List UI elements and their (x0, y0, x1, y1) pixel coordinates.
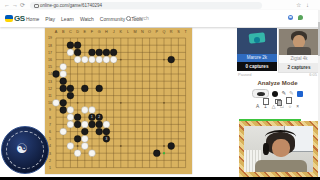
nav-link-home[interactable]: Home (26, 16, 39, 22)
white-stone (74, 56, 81, 63)
black-capture-count: 0 captures (237, 62, 277, 71)
reload-button[interactable]: ⟳ (20, 0, 25, 10)
white-player-name[interactable]: Zigtal 4k (279, 55, 319, 63)
move-number-label: 2 (98, 115, 100, 119)
ogs-logo[interactable]: GS (14, 14, 25, 23)
svg-text:1: 1 (49, 166, 51, 170)
svg-text:B: B (62, 30, 65, 34)
svg-text:C: C (69, 30, 72, 34)
svg-text:D: D (76, 30, 79, 34)
white-stone (81, 107, 88, 114)
white-stone (74, 150, 81, 157)
marker-square-button[interactable]: □ (280, 104, 283, 109)
streamer-shirt (255, 160, 307, 172)
svg-text:8: 8 (49, 116, 51, 120)
copy-branch-button[interactable] (275, 99, 280, 104)
black-player-clock: Paused (238, 72, 252, 77)
headphones-earcup (263, 143, 269, 154)
black-stone (53, 71, 60, 78)
svg-text:F: F (91, 30, 94, 34)
black-stone (89, 49, 96, 56)
stream-club-badge: ☯ (1, 126, 49, 174)
svg-text:15: 15 (48, 65, 52, 69)
svg-text:14: 14 (48, 72, 52, 76)
bookmark-star-icon[interactable]: ☆ (296, 0, 301, 10)
move-number-label: 3 (106, 137, 108, 141)
black-stone (81, 128, 88, 135)
yin-yang-icon: ☯ (16, 140, 28, 158)
nav-link-play[interactable]: Play (45, 16, 55, 22)
svg-text:H: H (105, 30, 108, 34)
svg-text:P: P (156, 30, 159, 34)
nav-link-watch[interactable]: Watch (80, 16, 94, 22)
analyze-mode-title: Analyze Mode (237, 80, 318, 86)
svg-text:K: K (120, 30, 123, 34)
variation-marker (163, 152, 165, 154)
white-stone (67, 107, 74, 114)
svg-text:S: S (177, 30, 180, 34)
player-card-white: Zigtal 4k 2 captures (278, 28, 320, 73)
black-stone (60, 107, 67, 114)
svg-text:E: E (84, 30, 87, 34)
black-stone (103, 128, 110, 135)
svg-text:7: 7 (49, 123, 51, 127)
svg-text:10: 10 (48, 101, 52, 105)
user-notification-icon[interactable] (288, 15, 293, 20)
black-stone (89, 121, 96, 128)
svg-text:M: M (134, 30, 137, 34)
svg-text:O: O (148, 30, 151, 34)
address-bar[interactable]: online-go.com/game/61740294 (30, 2, 262, 9)
black-stone (67, 42, 74, 49)
search-box[interactable]: Search (126, 15, 149, 21)
black-player-avatar[interactable] (237, 28, 277, 54)
nav-link-learn[interactable]: Learn (61, 16, 74, 22)
black-stone (81, 85, 88, 92)
marker-letter-button[interactable]: A (256, 104, 259, 109)
screenshot-root: ← → ⟳ online-go.com/game/61740294 ☆ ↓ GS… (0, 0, 320, 180)
marker-triangle-button[interactable]: △ (272, 104, 276, 109)
black-stone (74, 42, 81, 49)
svg-text:13: 13 (48, 80, 52, 84)
white-stone (103, 56, 110, 63)
white-player-avatar[interactable] (279, 29, 319, 55)
black-stone (96, 49, 103, 56)
player-card-black: Marore 2k 0 captures (237, 28, 277, 71)
stone-placement-tool-button[interactable] (252, 89, 269, 98)
white-stone (53, 99, 60, 106)
white-stone (81, 121, 88, 128)
marker-x-button[interactable]: × (296, 104, 299, 109)
svg-text:11: 11 (48, 94, 52, 98)
white-stone (60, 128, 67, 135)
svg-text:R: R (170, 30, 173, 34)
svg-text:A: A (55, 30, 58, 34)
webcam-overlay (239, 121, 318, 177)
white-stone (89, 107, 96, 114)
white-stone (81, 135, 88, 142)
white-stone (67, 121, 74, 128)
analyze-toolbar-row1: ✎ ✎ (237, 89, 318, 98)
nav-link-community[interactable]: Community (100, 16, 125, 22)
black-stone (60, 99, 67, 106)
black-stone (153, 150, 160, 157)
white-stone (60, 63, 67, 70)
white-stone (81, 56, 88, 63)
black-stone (96, 128, 103, 135)
black-stone (74, 114, 81, 121)
ogs-logo-flag-icon[interactable] (5, 15, 13, 22)
svg-text:2: 2 (49, 159, 51, 163)
svg-text:19: 19 (48, 36, 52, 40)
chat-icon[interactable] (298, 15, 303, 20)
white-stone (89, 150, 96, 157)
marker-number-button[interactable]: 1 (264, 104, 267, 109)
black-player-name[interactable]: Marore 2k (237, 54, 277, 62)
svg-text:12: 12 (48, 87, 52, 91)
svg-text:3: 3 (49, 152, 51, 156)
search-placeholder: Search (133, 15, 149, 21)
svg-text:6: 6 (49, 130, 51, 134)
black-stone (60, 78, 67, 85)
white-stone (89, 56, 96, 63)
black-stone (67, 92, 74, 99)
svg-text:17: 17 (48, 51, 52, 55)
black-stone (168, 56, 175, 63)
lock-icon (34, 4, 39, 9)
white-stone (96, 56, 103, 63)
svg-text:5: 5 (49, 137, 51, 141)
draw-color-swatch[interactable] (297, 91, 303, 97)
black-stone (96, 121, 103, 128)
go-board[interactable]: A19B18C17D16E15F14G13H12J11K10L9M8N7O6P5… (45, 28, 192, 174)
white-stone (67, 49, 74, 56)
white-player-clock: 6:05 (278, 72, 317, 77)
search-icon (126, 16, 131, 21)
marker-circle-button[interactable]: ○ (288, 104, 291, 109)
bottom-black-bar (0, 177, 320, 180)
marker-toolbar: A 1 △ □ ○ × (237, 104, 318, 109)
url-text: online-go.com/game/61740294 (40, 2, 102, 9)
black-stone (74, 135, 81, 142)
black-stone (96, 85, 103, 92)
back-button[interactable]: ← (4, 0, 10, 10)
white-stone (60, 71, 67, 78)
white-stone (110, 56, 117, 63)
black-stone (60, 85, 67, 92)
black-stone-tool-button[interactable] (272, 91, 278, 97)
svg-text:16: 16 (48, 58, 52, 62)
move-number-label: 1 (91, 115, 93, 119)
white-stone (81, 143, 88, 150)
svg-text:T: T (184, 30, 187, 34)
black-stone (74, 121, 81, 128)
svg-text:9: 9 (49, 108, 51, 112)
svg-text:Q: Q (163, 30, 166, 34)
white-stone (67, 143, 74, 150)
white-capture-count: 2 captures (279, 63, 319, 72)
svg-text:18: 18 (48, 44, 52, 48)
svg-text:L: L (127, 30, 129, 34)
black-stone (67, 85, 74, 92)
black-stone (74, 49, 81, 56)
black-stone (110, 49, 117, 56)
svg-text:G: G (98, 30, 101, 34)
black-stone (103, 49, 110, 56)
ogs-navbar: GS Home Play Learn Watch Community Tools… (0, 10, 320, 27)
white-stone (67, 114, 74, 121)
black-stone (168, 143, 175, 150)
streamer-face (272, 139, 290, 157)
svg-text:J: J (113, 30, 115, 34)
forward-button[interactable]: → (12, 0, 18, 10)
white-stone (103, 121, 110, 128)
svg-text:N: N (141, 30, 144, 34)
download-icon[interactable]: ↓ (306, 0, 309, 10)
webcam-scene (244, 126, 313, 172)
svg-text:4: 4 (49, 144, 51, 148)
